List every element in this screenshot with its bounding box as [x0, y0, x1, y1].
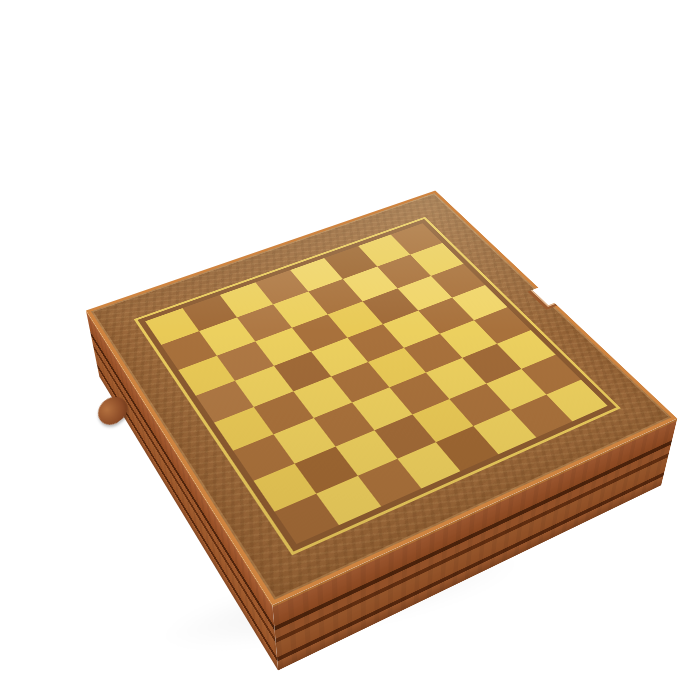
square-h1 [546, 379, 608, 421]
square-a1 [274, 493, 339, 544]
square-a2 [253, 463, 316, 511]
square-f3 [426, 358, 485, 398]
square-f1 [473, 410, 535, 454]
square-f2 [449, 383, 510, 425]
lid-notch [528, 288, 558, 310]
square-e2 [412, 399, 473, 442]
square-d2 [374, 414, 436, 459]
square-c2 [335, 430, 397, 476]
board-top [86, 190, 677, 605]
square-d3 [352, 387, 412, 430]
square-c3 [313, 403, 374, 447]
square-b5 [235, 366, 293, 407]
square-a4 [214, 407, 274, 451]
square-e1 [436, 426, 499, 471]
square-b2 [295, 446, 358, 493]
square-b1 [316, 476, 380, 525]
square-a5 [196, 381, 254, 423]
square-g2 [486, 369, 546, 410]
square-b3 [274, 418, 335, 463]
square-b4 [254, 392, 313, 435]
square-a3 [233, 434, 294, 480]
square-d4 [331, 362, 390, 403]
square-g1 [510, 395, 572, 438]
chess-box [86, 190, 677, 605]
square-e3 [390, 373, 450, 414]
square-c1 [357, 459, 421, 507]
square-d1 [397, 442, 460, 489]
photo-stage [0, 0, 700, 700]
square-c4 [293, 377, 352, 419]
